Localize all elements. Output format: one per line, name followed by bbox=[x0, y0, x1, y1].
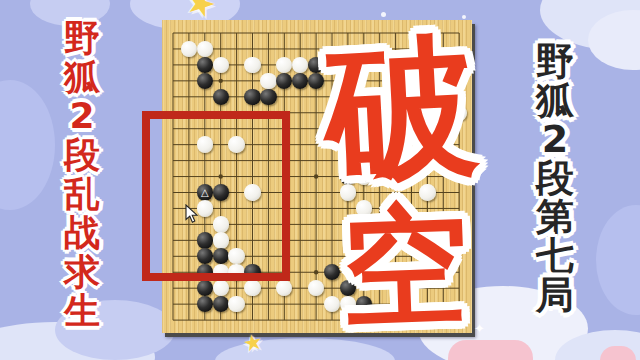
overlay-title-char-1: 破 bbox=[322, 30, 482, 190]
caption-char: 战 bbox=[64, 213, 100, 252]
caption-char: 求 bbox=[64, 252, 100, 291]
black-stone bbox=[213, 89, 229, 105]
right-caption: 野狐2段第七局 bbox=[533, 42, 577, 315]
pink-wave-decoration bbox=[600, 346, 636, 360]
white-stone bbox=[197, 41, 213, 57]
caption-char: 生 bbox=[64, 291, 100, 330]
caption-char: 野 bbox=[536, 42, 574, 81]
overlay-title-char-2: 空 bbox=[339, 200, 471, 332]
caption-char: 乱 bbox=[64, 174, 100, 213]
mouse-cursor-icon bbox=[185, 204, 201, 224]
thumbnail-stage: ★ ★ ✦ △ 破 空 野狐2段乱战求生 野狐2段第七局 bbox=[0, 0, 640, 360]
caption-char: 野 bbox=[64, 18, 100, 57]
black-stone bbox=[244, 89, 260, 105]
white-stone bbox=[244, 280, 260, 296]
white-stone bbox=[181, 41, 197, 57]
caption-char: 段 bbox=[64, 135, 100, 174]
white-stone bbox=[213, 57, 229, 73]
caption-char: 局 bbox=[536, 276, 574, 315]
black-stone bbox=[213, 296, 229, 312]
caption-char: 段 bbox=[536, 159, 574, 198]
black-stone bbox=[197, 73, 213, 89]
black-stone bbox=[260, 89, 276, 105]
cloud-shape bbox=[596, 205, 640, 315]
white-stone bbox=[228, 296, 244, 312]
sparkle-icon: ✦ bbox=[474, 322, 485, 335]
white-stone bbox=[244, 57, 260, 73]
caption-char: 第 bbox=[536, 198, 574, 237]
caption-char: 狐 bbox=[536, 81, 574, 120]
highlight-rectangle bbox=[142, 111, 290, 281]
cloud-shape bbox=[588, 10, 640, 70]
caption-char: 狐 bbox=[64, 57, 100, 96]
caption-char: 2 bbox=[542, 120, 568, 159]
star-icon: ★ bbox=[241, 330, 265, 356]
caption-char: 七 bbox=[536, 237, 574, 276]
black-stone bbox=[197, 57, 213, 73]
caption-char: 2 bbox=[69, 96, 94, 135]
left-caption: 野狐2段乱战求生 bbox=[60, 18, 104, 330]
white-stone bbox=[260, 73, 276, 89]
cloud-shape bbox=[0, 80, 55, 210]
deco-dot bbox=[381, 12, 386, 17]
pink-wave-decoration bbox=[448, 340, 533, 360]
